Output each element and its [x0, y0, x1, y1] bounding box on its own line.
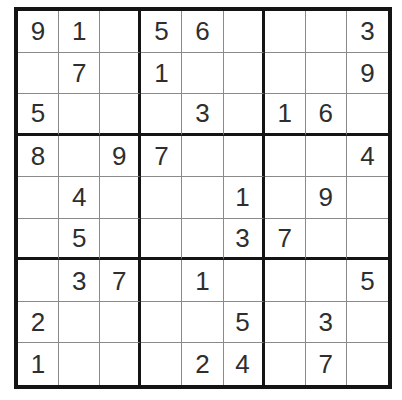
- cell-r8c7[interactable]: [265, 302, 306, 344]
- cell-r3c4[interactable]: [141, 94, 182, 136]
- cell-r7c2[interactable]: 3: [59, 260, 100, 302]
- cell-r6c8[interactable]: [306, 219, 347, 261]
- cell-r3c8[interactable]: 6: [306, 94, 347, 136]
- cell-r7c9[interactable]: 5: [347, 260, 388, 302]
- cell-r5c3[interactable]: [100, 177, 141, 219]
- cell-r4c1[interactable]: 8: [18, 136, 59, 178]
- cell-r9c4[interactable]: [141, 343, 182, 385]
- cell-r6c6[interactable]: 3: [224, 219, 265, 261]
- cell-r4c6[interactable]: [224, 136, 265, 178]
- cell-r9c6[interactable]: 4: [224, 343, 265, 385]
- cell-r1c2[interactable]: 1: [59, 11, 100, 53]
- cell-r7c4[interactable]: [141, 260, 182, 302]
- cell-r2c4[interactable]: 1: [141, 53, 182, 95]
- cell-r8c8[interactable]: 3: [306, 302, 347, 344]
- cell-r5c5[interactable]: [182, 177, 223, 219]
- cell-r2c8[interactable]: [306, 53, 347, 95]
- cell-r1c7[interactable]: [265, 11, 306, 53]
- cell-r5c4[interactable]: [141, 177, 182, 219]
- cell-r9c5[interactable]: 2: [182, 343, 223, 385]
- cell-r1c8[interactable]: [306, 11, 347, 53]
- cell-r9c3[interactable]: [100, 343, 141, 385]
- cell-r2c2[interactable]: 7: [59, 53, 100, 95]
- cell-r9c9[interactable]: [347, 343, 388, 385]
- cell-r1c1[interactable]: 9: [18, 11, 59, 53]
- cell-r3c9[interactable]: [347, 94, 388, 136]
- cell-r8c2[interactable]: [59, 302, 100, 344]
- cell-r5c1[interactable]: [18, 177, 59, 219]
- cell-r6c3[interactable]: [100, 219, 141, 261]
- cell-r3c1[interactable]: 5: [18, 94, 59, 136]
- cell-r8c3[interactable]: [100, 302, 141, 344]
- cell-r2c9[interactable]: 9: [347, 53, 388, 95]
- cell-r3c3[interactable]: [100, 94, 141, 136]
- cell-r5c2[interactable]: 4: [59, 177, 100, 219]
- cell-r8c1[interactable]: 2: [18, 302, 59, 344]
- cell-r4c3[interactable]: 9: [100, 136, 141, 178]
- cell-r6c2[interactable]: 5: [59, 219, 100, 261]
- cell-r4c9[interactable]: 4: [347, 136, 388, 178]
- cell-r2c7[interactable]: [265, 53, 306, 95]
- cell-r5c6[interactable]: 1: [224, 177, 265, 219]
- cell-r4c2[interactable]: [59, 136, 100, 178]
- cell-r6c5[interactable]: [182, 219, 223, 261]
- cell-r9c2[interactable]: [59, 343, 100, 385]
- cell-r7c5[interactable]: 1: [182, 260, 223, 302]
- cell-r8c4[interactable]: [141, 302, 182, 344]
- cell-r4c4[interactable]: 7: [141, 136, 182, 178]
- cell-r1c3[interactable]: [100, 11, 141, 53]
- cell-r2c6[interactable]: [224, 53, 265, 95]
- cell-r1c9[interactable]: 3: [347, 11, 388, 53]
- cell-r7c8[interactable]: [306, 260, 347, 302]
- cell-r3c6[interactable]: [224, 94, 265, 136]
- cell-r1c5[interactable]: 6: [182, 11, 223, 53]
- cell-r1c4[interactable]: 5: [141, 11, 182, 53]
- cell-r6c4[interactable]: [141, 219, 182, 261]
- cell-r8c5[interactable]: [182, 302, 223, 344]
- cell-r5c8[interactable]: 9: [306, 177, 347, 219]
- cell-r6c7[interactable]: 7: [265, 219, 306, 261]
- cell-r4c7[interactable]: [265, 136, 306, 178]
- cell-r1c6[interactable]: [224, 11, 265, 53]
- cell-r4c5[interactable]: [182, 136, 223, 178]
- cell-r6c1[interactable]: [18, 219, 59, 261]
- cell-r9c7[interactable]: [265, 343, 306, 385]
- sudoku-board: 915637195316897441953737152531247: [14, 7, 392, 389]
- cell-r5c9[interactable]: [347, 177, 388, 219]
- cell-r8c9[interactable]: [347, 302, 388, 344]
- cell-r3c2[interactable]: [59, 94, 100, 136]
- cell-r2c1[interactable]: [18, 53, 59, 95]
- cell-r7c3[interactable]: 7: [100, 260, 141, 302]
- cell-r7c7[interactable]: [265, 260, 306, 302]
- cell-r3c7[interactable]: 1: [265, 94, 306, 136]
- cell-r2c5[interactable]: [182, 53, 223, 95]
- cell-r9c1[interactable]: 1: [18, 343, 59, 385]
- sudoku-page: 915637195316897441953737152531247: [0, 0, 402, 400]
- cell-r2c3[interactable]: [100, 53, 141, 95]
- cell-r7c1[interactable]: [18, 260, 59, 302]
- cell-r4c8[interactable]: [306, 136, 347, 178]
- cell-r8c6[interactable]: 5: [224, 302, 265, 344]
- cell-r5c7[interactable]: [265, 177, 306, 219]
- cell-r7c6[interactable]: [224, 260, 265, 302]
- cell-r9c8[interactable]: 7: [306, 343, 347, 385]
- cell-r6c9[interactable]: [347, 219, 388, 261]
- cell-r3c5[interactable]: 3: [182, 94, 223, 136]
